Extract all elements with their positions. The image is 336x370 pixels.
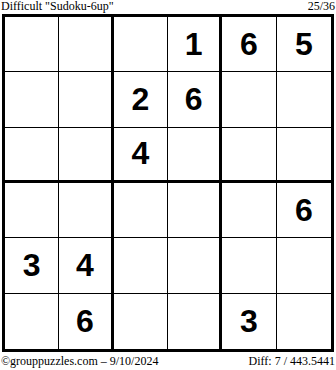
cell-r6c3[interactable] [114, 294, 168, 349]
cell-r5c6[interactable] [277, 238, 331, 293]
cell-r2c4: 6 [168, 72, 222, 127]
board: 16526463463 [2, 14, 334, 352]
footer-difficulty: Diff: 7 / 443.5441 [249, 355, 335, 368]
cell-r6c2: 6 [59, 294, 113, 349]
cell-r5c5[interactable] [222, 238, 276, 293]
cell-r6c1[interactable] [5, 294, 59, 349]
cell-r2c5[interactable] [222, 72, 276, 127]
cell-r5c3[interactable] [114, 238, 168, 293]
cell-r4c1[interactable] [5, 183, 59, 238]
cell-r3c6[interactable] [277, 128, 331, 183]
cell-r1c5: 6 [222, 17, 276, 72]
cell-r4c4[interactable] [168, 183, 222, 238]
cell-r5c1: 3 [5, 238, 59, 293]
puzzle-title: Difficult "Sudoku-6up" [1, 0, 114, 13]
cell-r3c5[interactable] [222, 128, 276, 183]
cell-r3c3: 4 [114, 128, 168, 183]
puzzle-counter: 25/36 [308, 0, 335, 13]
cell-r1c4: 1 [168, 17, 222, 72]
cell-r5c4[interactable] [168, 238, 222, 293]
cell-r4c5[interactable] [222, 183, 276, 238]
footer: ©grouppuzzles.com – 9/10/2024 Diff: 7 / … [0, 352, 336, 368]
cell-r3c1[interactable] [5, 128, 59, 183]
cell-r2c3: 2 [114, 72, 168, 127]
cell-r2c6[interactable] [277, 72, 331, 127]
cell-r1c3[interactable] [114, 17, 168, 72]
cell-r1c2[interactable] [59, 17, 113, 72]
cell-r1c1[interactable] [5, 17, 59, 72]
cell-r3c4[interactable] [168, 128, 222, 183]
cell-r6c5: 3 [222, 294, 276, 349]
cell-r2c2[interactable] [59, 72, 113, 127]
cell-r6c6[interactable] [277, 294, 331, 349]
header: Difficult "Sudoku-6up" 25/36 [0, 0, 336, 14]
cell-r5c2: 4 [59, 238, 113, 293]
footer-copyright-date: ©grouppuzzles.com – 9/10/2024 [1, 355, 158, 368]
cell-r2c1[interactable] [5, 72, 59, 127]
cell-r4c6: 6 [277, 183, 331, 238]
cell-r1c6: 5 [277, 17, 331, 72]
cell-r3c2[interactable] [59, 128, 113, 183]
cell-r6c4[interactable] [168, 294, 222, 349]
cell-r4c2[interactable] [59, 183, 113, 238]
cell-r4c3[interactable] [114, 183, 168, 238]
puzzle-page: Difficult "Sudoku-6up" 25/36 16526463463… [0, 0, 336, 370]
